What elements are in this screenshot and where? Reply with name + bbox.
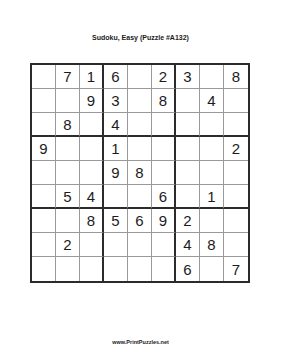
sudoku-cell-r2c8: 4 [200, 89, 224, 113]
sudoku-grid: 7162389384849129854618569224867 [30, 63, 250, 283]
sudoku-cell-r2c7 [176, 89, 200, 113]
sudoku-cell-r8c6 [152, 233, 176, 257]
sudoku-cell-r4c1: 9 [32, 137, 56, 161]
sudoku-cell-r6c4 [104, 185, 128, 209]
sudoku-cell-r3c8 [200, 113, 224, 137]
sudoku-cell-r5c6 [152, 161, 176, 185]
sudoku-cell-r8c4 [104, 233, 128, 257]
sudoku-cell-r3c7 [176, 113, 200, 137]
sudoku-cell-r7c4: 5 [104, 209, 128, 233]
sudoku-cell-r9c3 [80, 257, 104, 281]
sudoku-cell-r6c1 [32, 185, 56, 209]
sudoku-cell-r6c8: 1 [200, 185, 224, 209]
sudoku-cell-r7c7: 2 [176, 209, 200, 233]
sudoku-cell-r4c6 [152, 137, 176, 161]
sudoku-cell-r8c2: 2 [56, 233, 80, 257]
sudoku-cell-r9c2 [56, 257, 80, 281]
sudoku-cell-r9c6 [152, 257, 176, 281]
sudoku-cell-r1c4: 6 [104, 65, 128, 89]
sudoku-cell-r8c8: 8 [200, 233, 224, 257]
sudoku-cell-r6c6: 6 [152, 185, 176, 209]
sudoku-cell-r1c7: 3 [176, 65, 200, 89]
sudoku-cell-r1c3: 1 [80, 65, 104, 89]
sudoku-cell-r4c2 [56, 137, 80, 161]
sudoku-cell-r8c5 [128, 233, 152, 257]
sudoku-cell-r5c1 [32, 161, 56, 185]
sudoku-cell-r7c6: 9 [152, 209, 176, 233]
sudoku-cell-r7c2 [56, 209, 80, 233]
sudoku-cell-r3c4: 4 [104, 113, 128, 137]
sudoku-cell-r1c2: 7 [56, 65, 80, 89]
page-title: Sudoku, Easy (Puzzle #A132) [0, 33, 281, 43]
sudoku-cell-r1c1 [32, 65, 56, 89]
sudoku-cell-r5c4: 9 [104, 161, 128, 185]
sudoku-cell-r3c6 [152, 113, 176, 137]
sudoku-cell-r2c6: 8 [152, 89, 176, 113]
sudoku-cell-r2c1 [32, 89, 56, 113]
sudoku-cell-r3c2: 8 [56, 113, 80, 137]
sudoku-cell-r8c3 [80, 233, 104, 257]
sudoku-cell-r8c1 [32, 233, 56, 257]
sudoku-cell-r1c6: 2 [152, 65, 176, 89]
sudoku-cell-r4c5 [128, 137, 152, 161]
sudoku-cell-r2c5 [128, 89, 152, 113]
sudoku-cell-r5c7 [176, 161, 200, 185]
sudoku-cell-r1c9: 8 [224, 65, 248, 89]
sudoku-cell-r3c9 [224, 113, 248, 137]
sudoku-cell-r3c3 [80, 113, 104, 137]
sudoku-cell-r5c8 [200, 161, 224, 185]
sudoku-cell-r4c8 [200, 137, 224, 161]
sudoku-cell-r6c9 [224, 185, 248, 209]
sudoku-cell-r4c3 [80, 137, 104, 161]
sudoku-cell-r2c9 [224, 89, 248, 113]
sudoku-cell-r6c2: 5 [56, 185, 80, 209]
sudoku-cell-r8c9 [224, 233, 248, 257]
sudoku-cell-r6c7 [176, 185, 200, 209]
sudoku-cell-r4c7 [176, 137, 200, 161]
sudoku-cell-r9c1 [32, 257, 56, 281]
sudoku-cell-r8c7: 4 [176, 233, 200, 257]
sudoku-cell-r5c2 [56, 161, 80, 185]
sudoku-cell-r9c9: 7 [224, 257, 248, 281]
sudoku-cell-r5c5: 8 [128, 161, 152, 185]
sudoku-cell-r1c8 [200, 65, 224, 89]
sudoku-cell-r2c4: 3 [104, 89, 128, 113]
sudoku-cell-r7c3: 8 [80, 209, 104, 233]
sudoku-cell-r2c2 [56, 89, 80, 113]
sudoku-cell-r5c3 [80, 161, 104, 185]
sudoku-cell-r6c5 [128, 185, 152, 209]
sudoku-cell-r2c3: 9 [80, 89, 104, 113]
sudoku-cell-r7c8 [200, 209, 224, 233]
footer-url: www.PrintPuzzles.net [0, 339, 281, 346]
sudoku-cell-r9c8 [200, 257, 224, 281]
sudoku-cell-r7c9 [224, 209, 248, 233]
sudoku-cell-r3c1 [32, 113, 56, 137]
page: Sudoku, Easy (Puzzle #A132) 716238938484… [0, 0, 281, 363]
sudoku-cell-r9c7: 6 [176, 257, 200, 281]
sudoku-cell-r7c1 [32, 209, 56, 233]
sudoku-cell-r3c5 [128, 113, 152, 137]
sudoku-cell-r7c5: 6 [128, 209, 152, 233]
sudoku-cell-r9c4 [104, 257, 128, 281]
sudoku-cell-r4c9: 2 [224, 137, 248, 161]
sudoku-cell-r5c9 [224, 161, 248, 185]
sudoku-cell-r9c5 [128, 257, 152, 281]
sudoku-cell-r6c3: 4 [80, 185, 104, 209]
sudoku-cell-r1c5 [128, 65, 152, 89]
sudoku-cell-r4c4: 1 [104, 137, 128, 161]
